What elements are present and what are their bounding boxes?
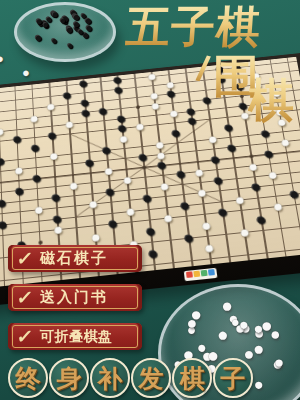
white-stone: ● [146,97,164,113]
black-stone: ● [9,131,26,148]
white-stone: ● [197,216,217,234]
black-stone: ● [153,157,172,174]
black-stone: ● [98,142,116,159]
black-stone: ● [0,216,12,234]
black-stone: ● [144,244,163,263]
black-stone: ● [11,182,29,199]
banner-char: 身 [49,358,89,398]
black-stone: ● [27,140,44,157]
sticker-color-square [193,271,200,278]
white-stone: ● [65,177,83,194]
star-point [136,105,140,109]
black-bowl-stone: ● [73,19,80,31]
black-stone: ● [28,170,46,187]
badge-foldable-board: ✓ 可折叠棋盘 [8,323,142,350]
sticker-color-square [186,272,193,279]
black-stone: ● [81,154,99,171]
badge-free-beginner-book: ✓ 送入门书 [8,284,142,311]
black-stones-bowl: ●●●●●●●●●●●●●●●●●●●●●●●●●● [14,2,116,62]
black-stone: ● [206,151,225,168]
white-stone: ● [192,184,211,202]
black-stone: ● [59,87,76,103]
black-stone: ● [213,204,233,222]
black-stone: ● [252,211,272,229]
white-stone: ● [235,223,255,241]
check-icon: ✓ [15,286,34,309]
white-bowl-stone: ● [274,354,285,371]
white-stone: ● [100,163,118,180]
black-stone: ● [104,215,123,233]
white-stone: ● [121,203,140,221]
black-bowl-stone: ● [67,41,73,51]
black-stone: ● [260,146,279,163]
sticker-color-square [208,269,215,276]
badge-magnetic-stones: ✓ 磁石棋子 [8,245,142,272]
brand-sticker [184,268,218,281]
check-icon: ✓ [15,247,34,270]
check-icon: ✓ [15,325,34,348]
black-stone: ● [47,189,65,207]
black-bowl-stone: ● [36,16,43,28]
white-stone: ● [42,99,59,115]
white-stone: ● [159,209,178,227]
white-stone: ● [30,201,48,219]
black-stone: ● [285,185,300,203]
white-stone: ● [268,198,288,216]
loose-white-stone: ● [22,66,30,79]
white-stone: ● [84,196,102,214]
black-stone: ● [176,197,195,215]
white-bowl-stone: ● [253,377,263,394]
sticker-color-square [201,270,208,277]
white-stone: ● [143,69,161,85]
white-bowl-stone: ● [217,325,229,344]
black-stone: ● [223,139,242,156]
black-stone: ● [167,125,185,142]
white-stone: ● [263,166,283,183]
white-stone: ● [155,178,174,195]
white-stone: ● [87,228,106,246]
black-bowl-stone: ● [60,16,66,26]
black-stone: ● [180,229,200,247]
black-bowl-stone: ● [84,15,92,28]
black-stone: ● [247,179,267,197]
white-stone: ● [61,116,78,132]
white-stone: ● [131,119,149,135]
white-stone: ● [276,134,295,151]
black-stone: ● [110,82,128,98]
white-stone: ● [199,238,219,256]
white-stone: ● [0,123,8,139]
star-point [142,165,146,169]
black-bowl-stone: ● [51,36,57,46]
black-stone: ● [209,172,228,189]
black-bowl-stone: ● [43,20,49,30]
white-stone: ● [165,105,183,121]
black-stone: ● [183,113,201,129]
black-stone: ● [77,105,94,121]
black-stone: ● [75,76,92,92]
white-bowl-stone: ● [270,326,281,344]
banner-char: 棋 [172,358,212,398]
white-stone: ● [10,162,27,179]
white-stone: ● [26,110,43,126]
black-stone: ● [134,149,152,166]
white-stone: ● [203,131,222,148]
white-stone: ● [230,191,250,209]
white-stone: ● [45,148,63,165]
white-stone: ● [115,130,133,147]
black-stone: ● [0,195,11,213]
title-go-char-2: 棋 [248,70,294,132]
black-stone: ● [95,103,113,119]
black-bowl-stone: ● [35,32,43,45]
white-bowl-stone: ● [186,315,197,333]
banner-char: 发 [131,358,171,398]
banner-char: 补 [90,358,130,398]
black-bowl-stone: ● [52,9,59,21]
white-stone: ● [243,158,262,175]
white-bowl-stone: ● [221,296,233,315]
badge-label: 磁石棋子 [40,249,108,268]
black-stone: ● [162,86,180,102]
white-stone: ● [118,171,136,188]
product-photo: ● ● ● ●●●●●●●●●●●●●●●●●●●●●●●●●●●●●●●●●●… [0,0,300,400]
bottom-banner-lifetime-replacement: 终 身 补 发 棋 子 [8,358,253,398]
badge-label: 送入门书 [40,288,108,307]
banner-char: 终 [8,358,48,398]
badge-label: 可折叠棋盘 [40,328,113,346]
black-stone: ● [142,222,161,240]
black-stone: ● [101,183,119,200]
loose-white-stone: ● [0,52,4,65]
white-stone: ● [190,163,209,180]
black-stone: ● [172,165,191,182]
white-stone: ● [49,221,67,239]
white-bowl-stone: ● [253,321,263,338]
white-bowl-stone: ● [239,317,249,334]
black-stone: ● [138,190,157,208]
black-stone: ● [220,119,239,136]
black-stone: ● [44,128,61,145]
banner-char: 子 [213,358,253,398]
black-stone: ● [0,153,10,170]
